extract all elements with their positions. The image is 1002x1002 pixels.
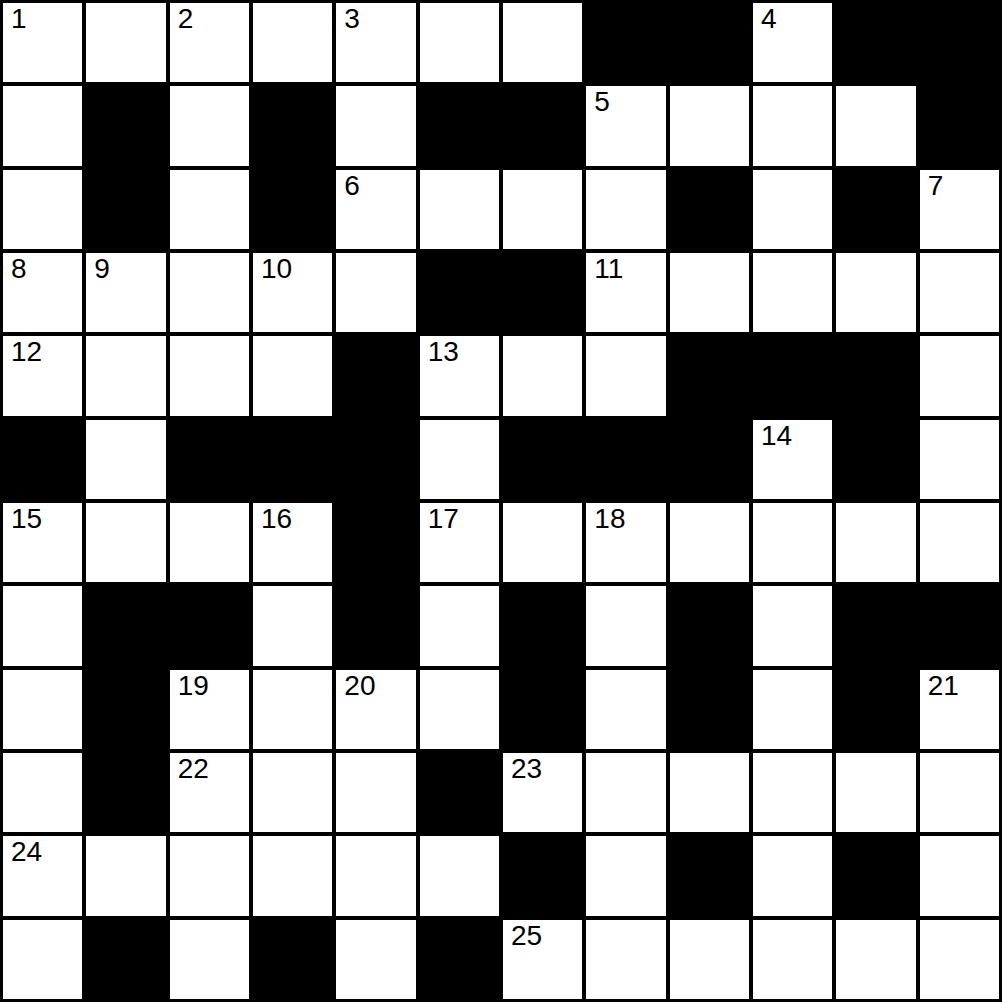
cell-r9c3[interactable] [253, 753, 332, 832]
clue-number: 9 [94, 255, 110, 283]
cell-r9c11[interactable] [920, 753, 999, 832]
cell-r4c11[interactable] [920, 336, 999, 415]
cell-r4c1[interactable] [86, 336, 165, 415]
clue-number: 16 [261, 505, 292, 533]
cell-r10c5[interactable] [420, 836, 499, 915]
cell-r4c5[interactable]: 13 [420, 336, 499, 415]
cell-r11c6[interactable]: 25 [503, 920, 582, 999]
cell-r4c0[interactable]: 12 [3, 336, 82, 415]
cell-r3c2[interactable] [170, 253, 249, 332]
cell-r10c10 [836, 836, 915, 915]
cell-r7c11 [920, 586, 999, 665]
cell-r7c0[interactable] [3, 586, 82, 665]
cell-r1c10[interactable] [836, 86, 915, 165]
cell-r5c2 [170, 420, 249, 499]
cell-r2c3 [253, 170, 332, 249]
cell-r3c1[interactable]: 9 [86, 253, 165, 332]
cell-r5c9[interactable]: 14 [753, 420, 832, 499]
cell-r7c8 [670, 586, 749, 665]
clue-number: 17 [428, 505, 459, 533]
cell-r1c5 [420, 86, 499, 165]
cell-r4c3[interactable] [253, 336, 332, 415]
cell-r6c5[interactable]: 17 [420, 503, 499, 582]
cell-r11c2[interactable] [170, 920, 249, 999]
cell-r9c4[interactable] [336, 753, 415, 832]
cell-r3c0[interactable]: 8 [3, 253, 82, 332]
cell-r6c2[interactable] [170, 503, 249, 582]
crossword-board: 1234567891011121314151617181920212223242… [0, 0, 1002, 1002]
cell-r3c4[interactable] [336, 253, 415, 332]
clue-number: 22 [178, 755, 209, 783]
cell-r10c8 [670, 836, 749, 915]
cell-r5c0 [3, 420, 82, 499]
cell-r1c6 [503, 86, 582, 165]
clue-number: 3 [344, 5, 360, 33]
cell-r2c11[interactable]: 7 [920, 170, 999, 249]
cell-r10c3[interactable] [253, 836, 332, 915]
cell-r4c10 [836, 336, 915, 415]
cell-r3c9[interactable] [753, 253, 832, 332]
clue-number: 20 [344, 672, 375, 700]
cell-r6c10[interactable] [836, 503, 915, 582]
cell-r4c9 [753, 336, 832, 415]
cell-r6c9[interactable] [753, 503, 832, 582]
cell-r5c10 [836, 420, 915, 499]
cell-r10c1[interactable] [86, 836, 165, 915]
cell-r3c10[interactable] [836, 253, 915, 332]
clue-number: 11 [594, 255, 623, 283]
cell-r7c5[interactable] [420, 586, 499, 665]
cell-r1c3 [253, 86, 332, 165]
cell-r6c3[interactable]: 16 [253, 503, 332, 582]
cell-r1c7[interactable]: 5 [586, 86, 665, 165]
cell-r9c0[interactable] [3, 753, 82, 832]
cell-r5c4 [336, 420, 415, 499]
cell-r1c8[interactable] [670, 86, 749, 165]
cell-r7c10 [836, 586, 915, 665]
cell-r4c8 [670, 336, 749, 415]
clue-number: 25 [511, 922, 542, 950]
cell-r9c5 [420, 753, 499, 832]
cell-r2c1 [86, 170, 165, 249]
cell-r7c9[interactable] [753, 586, 832, 665]
cell-r8c4[interactable]: 20 [336, 670, 415, 749]
clue-number: 24 [11, 838, 42, 866]
cell-r11c4[interactable] [336, 920, 415, 999]
cell-r9c10[interactable] [836, 753, 915, 832]
cell-r6c8[interactable] [670, 503, 749, 582]
cell-r7c4 [336, 586, 415, 665]
cell-r5c11[interactable] [920, 420, 999, 499]
cell-r2c4[interactable]: 6 [336, 170, 415, 249]
cell-r11c8[interactable] [670, 920, 749, 999]
cell-r6c6[interactable] [503, 503, 582, 582]
cell-r0c3[interactable] [253, 3, 332, 82]
cell-r8c3[interactable] [253, 670, 332, 749]
clue-number: 1 [11, 5, 27, 33]
cell-r5c5[interactable] [420, 420, 499, 499]
cell-r2c9[interactable] [753, 170, 832, 249]
cell-r0c0[interactable]: 1 [3, 3, 82, 82]
cell-r7c7[interactable] [586, 586, 665, 665]
cell-r11c3 [253, 920, 332, 999]
cell-r8c1 [86, 670, 165, 749]
cell-r8c9[interactable] [753, 670, 832, 749]
clue-number: 19 [178, 672, 209, 700]
cell-r3c3[interactable]: 10 [253, 253, 332, 332]
cell-r7c6 [503, 586, 582, 665]
cell-r10c0[interactable]: 24 [3, 836, 82, 915]
cell-r0c2[interactable]: 2 [170, 3, 249, 82]
clue-number: 23 [511, 755, 542, 783]
cell-r5c7 [586, 420, 665, 499]
clue-number: 8 [11, 255, 27, 283]
clue-number: 2 [178, 5, 194, 33]
cell-r0c1[interactable] [86, 3, 165, 82]
cell-r1c9[interactable] [753, 86, 832, 165]
clue-number: 15 [11, 505, 42, 533]
cell-r0c4[interactable]: 3 [336, 3, 415, 82]
cell-r10c4[interactable] [336, 836, 415, 915]
cell-r2c5[interactable] [420, 170, 499, 249]
cell-r1c11 [920, 86, 999, 165]
cell-r10c9[interactable] [753, 836, 832, 915]
cell-r2c10 [836, 170, 915, 249]
cell-r5c1[interactable] [86, 420, 165, 499]
clue-number: 7 [928, 172, 944, 200]
cell-r1c2[interactable] [170, 86, 249, 165]
cell-r9c8[interactable] [670, 753, 749, 832]
cell-r10c11[interactable] [920, 836, 999, 915]
cell-r3c8[interactable] [670, 253, 749, 332]
cell-r1c4[interactable] [336, 86, 415, 165]
cell-r11c10[interactable] [836, 920, 915, 999]
cell-r8c2[interactable]: 19 [170, 670, 249, 749]
cell-r5c8 [670, 420, 749, 499]
cell-r5c3 [253, 420, 332, 499]
cell-r8c11[interactable]: 21 [920, 670, 999, 749]
cell-r7c2 [170, 586, 249, 665]
cell-r1c0[interactable] [3, 86, 82, 165]
cell-r9c6[interactable]: 23 [503, 753, 582, 832]
cell-r7c1 [86, 586, 165, 665]
cell-r4c6[interactable] [503, 336, 582, 415]
clue-number: 18 [594, 505, 625, 533]
cell-r8c8 [670, 670, 749, 749]
cell-r7c3[interactable] [253, 586, 332, 665]
cell-r0c8 [670, 3, 749, 82]
cell-r6c0[interactable]: 15 [3, 503, 82, 582]
cell-r10c7[interactable] [586, 836, 665, 915]
cell-r9c7[interactable] [586, 753, 665, 832]
clue-number: 21 [928, 672, 959, 700]
cell-r11c0[interactable] [3, 920, 82, 999]
cell-r3c6 [503, 253, 582, 332]
cell-r3c5 [420, 253, 499, 332]
cell-r0c11 [920, 3, 999, 82]
cell-r8c6 [503, 670, 582, 749]
cell-r6c11[interactable] [920, 503, 999, 582]
cell-r9c1 [86, 753, 165, 832]
cell-r8c10 [836, 670, 915, 749]
cell-r0c7 [586, 3, 665, 82]
clue-number: 4 [761, 5, 777, 33]
cell-r11c9[interactable] [753, 920, 832, 999]
clue-number: 5 [594, 88, 610, 116]
cell-r1c1 [86, 86, 165, 165]
clue-number: 13 [428, 338, 459, 366]
cell-r2c8 [670, 170, 749, 249]
cell-r2c6[interactable] [503, 170, 582, 249]
cell-r3c7[interactable]: 11 [586, 253, 665, 332]
clue-number: 14 [761, 422, 792, 450]
cell-r6c7[interactable]: 18 [586, 503, 665, 582]
cell-r6c4 [336, 503, 415, 582]
cell-r0c9[interactable]: 4 [753, 3, 832, 82]
cell-r2c2[interactable] [170, 170, 249, 249]
cell-r11c7[interactable] [586, 920, 665, 999]
cell-r9c9[interactable] [753, 753, 832, 832]
cell-r8c7[interactable] [586, 670, 665, 749]
cell-r6c1[interactable] [86, 503, 165, 582]
cell-r3c11[interactable] [920, 253, 999, 332]
cell-r2c7[interactable] [586, 170, 665, 249]
cell-r4c2[interactable] [170, 336, 249, 415]
cell-r2c0[interactable] [3, 170, 82, 249]
cell-r4c4 [336, 336, 415, 415]
cell-r8c5[interactable] [420, 670, 499, 749]
cell-r4c7[interactable] [586, 336, 665, 415]
cell-r8c0[interactable] [3, 670, 82, 749]
cell-r0c6[interactable] [503, 3, 582, 82]
cell-r10c6 [503, 836, 582, 915]
cell-r10c2[interactable] [170, 836, 249, 915]
cell-r9c2[interactable]: 22 [170, 753, 249, 832]
cell-r11c5 [420, 920, 499, 999]
clue-number: 6 [344, 172, 360, 200]
clue-number: 12 [11, 338, 42, 366]
cell-r11c11[interactable] [920, 920, 999, 999]
cell-r5c6 [503, 420, 582, 499]
cell-r0c10 [836, 3, 915, 82]
clue-number: 10 [261, 255, 292, 283]
cell-r0c5[interactable] [420, 3, 499, 82]
cell-r11c1 [86, 920, 165, 999]
